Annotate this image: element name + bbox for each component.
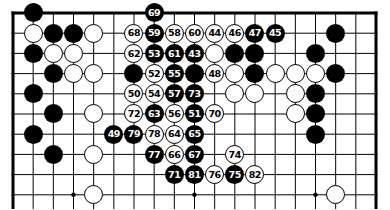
white-stone-move-54: 54 — [145, 84, 164, 103]
black-stone — [44, 145, 63, 164]
white-stone-move-60: 60 — [185, 24, 204, 43]
black-stone — [245, 44, 264, 63]
black-stone — [225, 44, 244, 63]
black-stone — [64, 24, 83, 43]
black-stone — [44, 104, 63, 123]
black-stone-move-67: 67 — [185, 145, 204, 164]
black-stone-move-59: 59 — [145, 24, 164, 43]
white-stone-move-68: 68 — [124, 24, 143, 43]
black-stone — [185, 64, 204, 83]
black-stone-move-45: 45 — [266, 24, 285, 43]
black-stone — [24, 84, 43, 103]
white-stone-move-74: 74 — [225, 145, 244, 164]
black-stone-move-47: 47 — [245, 24, 264, 43]
black-stone — [124, 64, 143, 83]
white-stone-move-76: 76 — [205, 165, 224, 184]
white-stone-move-50: 50 — [124, 84, 143, 103]
black-stone — [326, 64, 345, 83]
white-stone — [286, 64, 305, 83]
white-stone — [24, 24, 43, 43]
white-stone — [44, 44, 63, 63]
black-stone-move-61: 61 — [165, 44, 184, 63]
black-stone — [306, 104, 325, 123]
black-stone-move-69: 69 — [145, 3, 164, 22]
white-stone-move-66: 66 — [165, 145, 184, 164]
white-stone — [286, 84, 305, 103]
white-stone — [266, 64, 285, 83]
white-stone-move-46: 46 — [225, 24, 244, 43]
white-stone — [84, 145, 103, 164]
white-stone — [84, 104, 103, 123]
white-stone — [286, 104, 305, 123]
black-stone-move-43: 43 — [185, 44, 204, 63]
white-stone-move-82: 82 — [245, 165, 264, 184]
white-stone-move-70: 70 — [205, 104, 224, 123]
white-stone-move-62: 62 — [124, 44, 143, 63]
white-stone-move-44: 44 — [205, 24, 224, 43]
white-stone-move-52: 52 — [145, 64, 164, 83]
white-stone — [245, 84, 264, 103]
white-stone — [306, 64, 325, 83]
white-stone — [225, 64, 244, 83]
black-stone — [44, 24, 63, 43]
black-stone-move-51: 51 — [185, 104, 204, 123]
black-stone-move-53: 53 — [145, 44, 164, 63]
white-stone-move-58: 58 — [165, 24, 184, 43]
white-stone-move-48: 48 — [205, 64, 224, 83]
white-stone — [64, 64, 83, 83]
black-stone — [306, 84, 325, 103]
white-stone — [225, 84, 244, 103]
black-stone — [306, 44, 325, 63]
white-stone — [205, 44, 224, 63]
black-stone-move-63: 63 — [145, 104, 164, 123]
black-stone-move-73: 73 — [185, 84, 204, 103]
black-stone-move-75: 75 — [225, 165, 244, 184]
white-stone — [326, 185, 345, 204]
white-stone-move-72: 72 — [124, 104, 143, 123]
black-stone — [306, 125, 325, 144]
black-stone-move-79: 79 — [124, 125, 143, 144]
black-stone-move-65: 65 — [185, 125, 204, 144]
white-stone-move-78: 78 — [145, 125, 164, 144]
black-stone-move-55: 55 — [165, 64, 184, 83]
white-stone-move-56: 56 — [165, 104, 184, 123]
black-stone — [24, 3, 43, 22]
black-stone-move-57: 57 — [165, 84, 184, 103]
black-stone — [245, 64, 264, 83]
black-stone-move-77: 77 — [145, 145, 164, 164]
black-stone — [326, 24, 345, 43]
black-stone — [24, 125, 43, 144]
black-stone-move-71: 71 — [165, 165, 184, 184]
white-stone — [84, 185, 103, 204]
go-board: 6968595860444647456253614352554850545773… — [3, 3, 386, 205]
go-diagram: 6968595860444647456253614352554850545773… — [0, 0, 390, 210]
black-stone-move-81: 81 — [185, 165, 204, 184]
black-stone-move-49: 49 — [104, 125, 123, 144]
black-stone — [24, 44, 43, 63]
white-stone — [84, 24, 103, 43]
white-stone — [64, 44, 83, 63]
white-stone — [84, 64, 103, 83]
black-stone — [44, 64, 63, 83]
white-stone-move-64: 64 — [165, 125, 184, 144]
